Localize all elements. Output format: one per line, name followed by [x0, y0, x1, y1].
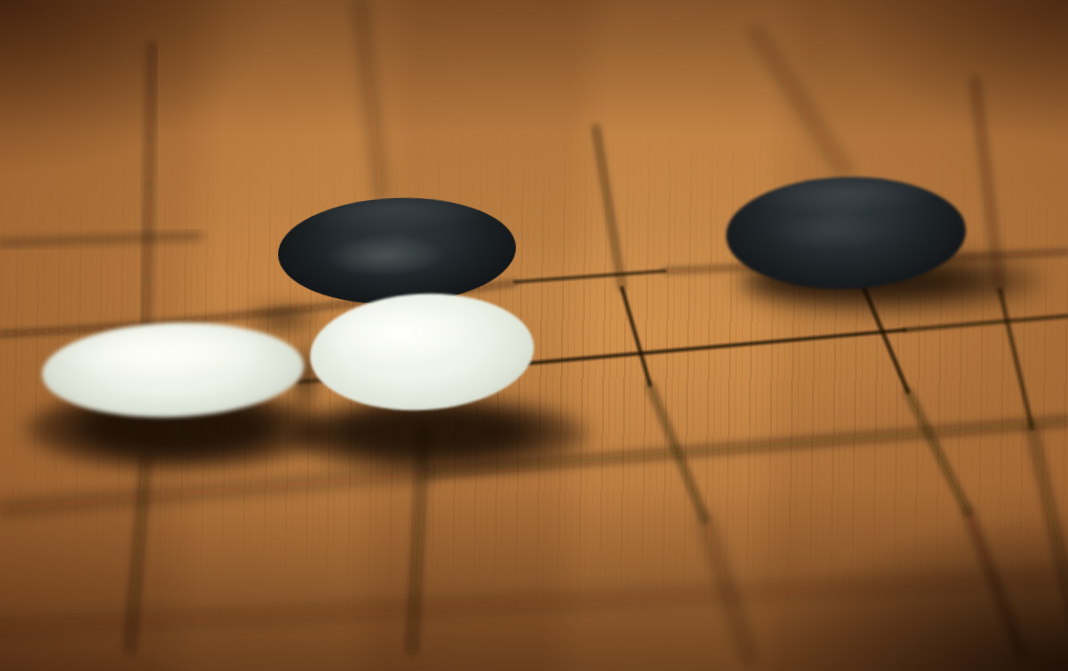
grid-line — [756, 32, 846, 174]
white-stone-center-shadow — [292, 398, 592, 474]
grid-line — [360, 0, 381, 196]
grid-line — [0, 577, 1068, 628]
grid-line — [596, 128, 622, 288]
grid-line-horizontal-upper-sharp — [515, 271, 665, 282]
grid-line — [1000, 290, 1032, 428]
grid-line — [905, 316, 1068, 330]
grid-line — [0, 236, 200, 243]
go-board-photo: ● ● ○ ○ — [0, 0, 1068, 671]
grid-line — [146, 45, 152, 325]
grid-line — [1032, 428, 1068, 645]
grid-line — [908, 392, 968, 512]
grid-line-vertical-center-sharp — [622, 288, 650, 385]
grid-line — [0, 473, 430, 509]
